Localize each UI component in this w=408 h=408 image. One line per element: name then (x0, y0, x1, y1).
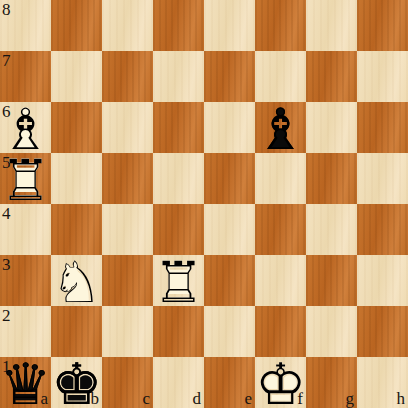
square-d7[interactable] (153, 51, 204, 102)
square-f6[interactable]: ♝♗ (255, 102, 306, 153)
square-a3[interactable]: 3 (0, 255, 51, 306)
square-f4[interactable] (255, 204, 306, 255)
square-h1[interactable]: h (357, 357, 408, 408)
square-d3[interactable]: ♜♖ (153, 255, 204, 306)
square-f7[interactable] (255, 51, 306, 102)
square-c4[interactable] (102, 204, 153, 255)
square-a4[interactable]: 4 (0, 204, 51, 255)
rank-label-7: 7 (2, 52, 11, 69)
square-h7[interactable] (357, 51, 408, 102)
square-d1[interactable]: d (153, 357, 204, 408)
square-f2[interactable] (255, 306, 306, 357)
square-f8[interactable] (255, 0, 306, 51)
square-f1[interactable]: f♚♔ (255, 357, 306, 408)
square-h5[interactable] (357, 153, 408, 204)
square-h8[interactable] (357, 0, 408, 51)
square-b8[interactable] (51, 0, 102, 51)
square-g1[interactable]: g (306, 357, 357, 408)
black-queen-outline-icon: ♕ (0, 357, 51, 408)
square-g6[interactable] (306, 102, 357, 153)
square-b5[interactable] (51, 153, 102, 204)
square-c6[interactable] (102, 102, 153, 153)
square-d6[interactable] (153, 102, 204, 153)
square-a5[interactable]: 5♜♖ (0, 153, 51, 204)
white-bishop-outline-icon: ♗ (0, 102, 51, 153)
square-a8[interactable]: 8 (0, 0, 51, 51)
square-a6[interactable]: 6♝♗ (0, 102, 51, 153)
piece-black-bishop-f6[interactable]: ♝♗ (255, 102, 306, 153)
square-e1[interactable]: e (204, 357, 255, 408)
square-c7[interactable] (102, 51, 153, 102)
square-e7[interactable] (204, 51, 255, 102)
file-label-h: h (397, 390, 406, 407)
square-d4[interactable] (153, 204, 204, 255)
chess-board: 876♝♗♝♗5♜♖43♞♘♜♖21a♛♕b♚♔cdef♚♔gh (0, 0, 408, 408)
piece-white-king-f1[interactable]: ♚♔ (255, 357, 306, 408)
black-king-outline-icon: ♔ (51, 357, 102, 408)
rank-label-4: 4 (2, 205, 11, 222)
white-knight-outline-icon: ♘ (51, 255, 102, 306)
square-b1[interactable]: b♚♔ (51, 357, 102, 408)
square-h6[interactable] (357, 102, 408, 153)
square-c1[interactable]: c (102, 357, 153, 408)
square-e6[interactable] (204, 102, 255, 153)
square-g4[interactable] (306, 204, 357, 255)
square-e4[interactable] (204, 204, 255, 255)
black-bishop-outline-icon: ♗ (255, 102, 306, 153)
square-b2[interactable] (51, 306, 102, 357)
square-e8[interactable] (204, 0, 255, 51)
piece-black-queen-a1[interactable]: ♛♕ (0, 357, 51, 408)
square-e3[interactable] (204, 255, 255, 306)
piece-black-king-b1[interactable]: ♚♔ (51, 357, 102, 408)
square-d5[interactable] (153, 153, 204, 204)
square-d8[interactable] (153, 0, 204, 51)
square-g7[interactable] (306, 51, 357, 102)
square-g8[interactable] (306, 0, 357, 51)
square-a1[interactable]: 1a♛♕ (0, 357, 51, 408)
rank-label-8: 8 (2, 1, 11, 18)
square-h2[interactable] (357, 306, 408, 357)
square-b3[interactable]: ♞♘ (51, 255, 102, 306)
square-b4[interactable] (51, 204, 102, 255)
square-h4[interactable] (357, 204, 408, 255)
piece-white-rook-a5[interactable]: ♜♖ (0, 153, 51, 204)
file-label-d: d (193, 390, 202, 407)
square-h3[interactable] (357, 255, 408, 306)
piece-white-bishop-a6[interactable]: ♝♗ (0, 102, 51, 153)
square-c2[interactable] (102, 306, 153, 357)
white-rook-outline-icon: ♖ (153, 255, 204, 306)
square-c8[interactable] (102, 0, 153, 51)
square-e5[interactable] (204, 153, 255, 204)
square-d2[interactable] (153, 306, 204, 357)
rank-label-2: 2 (2, 307, 11, 324)
square-g5[interactable] (306, 153, 357, 204)
square-c3[interactable] (102, 255, 153, 306)
file-label-c: c (142, 390, 150, 407)
square-g2[interactable] (306, 306, 357, 357)
square-a2[interactable]: 2 (0, 306, 51, 357)
square-e2[interactable] (204, 306, 255, 357)
square-a7[interactable]: 7 (0, 51, 51, 102)
piece-white-knight-b3[interactable]: ♞♘ (51, 255, 102, 306)
rank-label-3: 3 (2, 256, 11, 273)
square-g3[interactable] (306, 255, 357, 306)
square-f3[interactable] (255, 255, 306, 306)
file-label-e: e (244, 390, 252, 407)
file-label-g: g (346, 390, 355, 407)
square-b7[interactable] (51, 51, 102, 102)
white-king-outline-icon: ♔ (255, 357, 306, 408)
white-rook-outline-icon: ♖ (0, 153, 51, 204)
piece-white-rook-d3[interactable]: ♜♖ (153, 255, 204, 306)
square-c5[interactable] (102, 153, 153, 204)
square-b6[interactable] (51, 102, 102, 153)
square-f5[interactable] (255, 153, 306, 204)
